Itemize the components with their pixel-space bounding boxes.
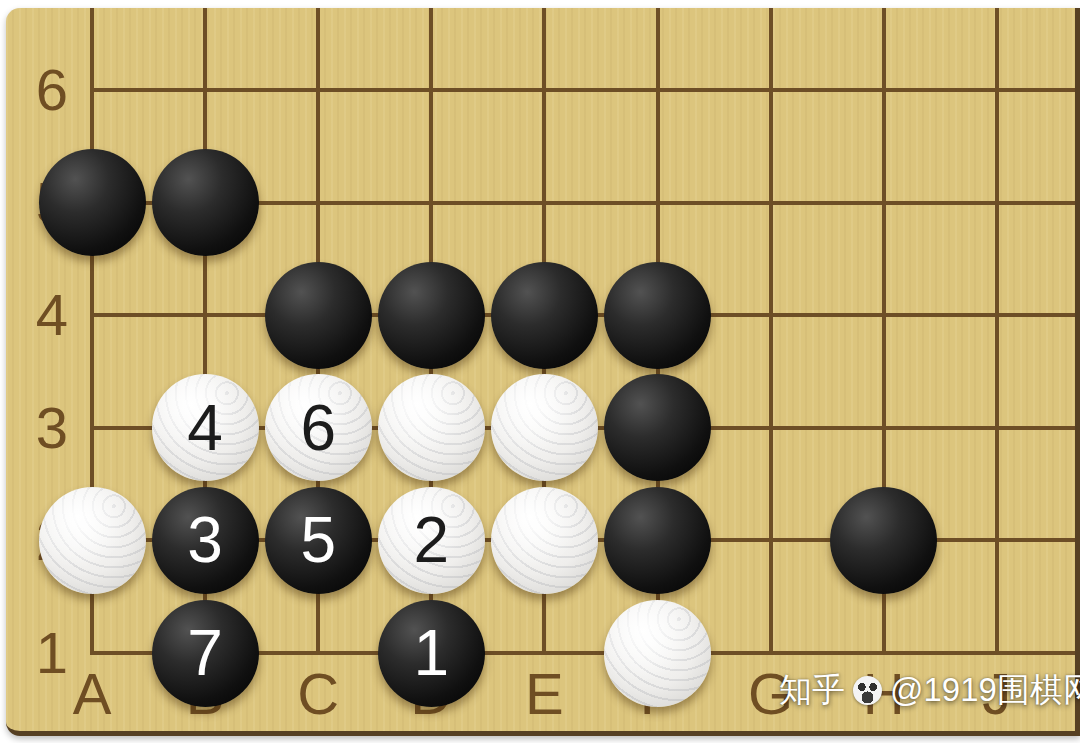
stone-black-A5[interactable] — [39, 149, 146, 256]
stone-white-E2[interactable] — [491, 487, 598, 594]
stone-white-D3[interactable] — [378, 374, 485, 481]
row-label-6: 6 — [36, 61, 68, 119]
stone-black-F2[interactable] — [604, 487, 711, 594]
stone-white-B3[interactable]: 4 — [152, 374, 259, 481]
stone-black-H2[interactable] — [830, 487, 937, 594]
move-number: 4 — [187, 396, 223, 460]
watermark-avatar-icon — [853, 676, 882, 705]
stone-black-C4[interactable] — [265, 262, 372, 369]
watermark-handle: @1919围棋网 — [890, 668, 1080, 713]
stone-white-F1[interactable] — [604, 600, 711, 707]
move-number: 7 — [187, 621, 223, 685]
row-label-4: 4 — [36, 286, 68, 344]
stone-black-B5[interactable] — [152, 149, 259, 256]
stone-black-C2[interactable]: 5 — [265, 487, 372, 594]
stone-black-D1[interactable]: 1 — [378, 600, 485, 707]
row-label-1: 1 — [36, 624, 68, 682]
stone-black-D4[interactable] — [378, 262, 485, 369]
stone-black-E4[interactable] — [491, 262, 598, 369]
grid-line-h-6 — [90, 88, 1075, 92]
move-number: 1 — [414, 621, 450, 685]
stone-black-B2[interactable]: 3 — [152, 487, 259, 594]
stone-black-F3[interactable] — [604, 374, 711, 481]
stone-black-B1[interactable]: 7 — [152, 600, 259, 707]
stone-white-D2[interactable]: 2 — [378, 487, 485, 594]
go-diagram: 123456ABCDEFGHJ 4635271 知乎 @1919围棋网 — [0, 0, 1080, 743]
col-label-C: C — [297, 665, 339, 723]
watermark: 知乎 @1919围棋网 — [779, 668, 1080, 713]
move-number: 6 — [300, 396, 336, 460]
move-number: 3 — [187, 508, 223, 572]
col-label-A: A — [73, 665, 112, 723]
stone-white-A2[interactable] — [39, 487, 146, 594]
stone-white-E3[interactable] — [491, 374, 598, 481]
watermark-site-label: 知乎 — [779, 668, 845, 713]
stone-white-C3[interactable]: 6 — [265, 374, 372, 481]
grid-line-v-J — [995, 8, 999, 655]
col-label-E: E — [525, 665, 564, 723]
move-number: 5 — [300, 508, 336, 572]
move-number: 2 — [414, 508, 450, 572]
grid-line-v-G — [769, 8, 773, 655]
stone-black-F4[interactable] — [604, 262, 711, 369]
row-label-3: 3 — [36, 399, 68, 457]
